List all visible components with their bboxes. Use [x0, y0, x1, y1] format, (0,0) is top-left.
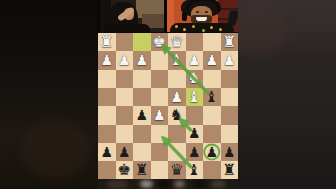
blur-blob [140, 180, 153, 188]
white-bishop-d2[interactable]: ♝ [170, 52, 184, 69]
blur-blob [158, 179, 170, 189]
square-h2[interactable]: ♟ [98, 51, 116, 69]
square-f8[interactable]: ♜ [133, 161, 151, 179]
square-c5[interactable] [186, 106, 204, 124]
webcam-right [166, 0, 238, 32]
white-rook-h1[interactable]: ♜ [100, 34, 114, 51]
black-bishop-b4[interactable]: ♝ [205, 89, 219, 106]
black-pawn-f5[interactable]: ♟ [135, 107, 148, 124]
black-pawn-g7[interactable]: ♟ [118, 144, 131, 161]
black-bishop-c8[interactable]: ♝ [187, 162, 201, 179]
square-d8[interactable]: ♛ [168, 161, 186, 179]
square-c8[interactable]: ♝ [186, 161, 204, 179]
square-h5[interactable] [98, 106, 116, 124]
black-pawn-b7[interactable]: ♟ [205, 144, 218, 161]
square-e1[interactable]: ♚ [151, 33, 169, 51]
square-f1[interactable] [133, 33, 151, 51]
white-rook-a1[interactable]: ♜ [222, 34, 236, 51]
white-pawn-b2[interactable]: ♟ [205, 52, 218, 69]
square-d2[interactable]: ♝ [168, 51, 186, 69]
white-queen-d1[interactable]: ♛ [170, 34, 184, 51]
black-knight-d5[interactable]: ♞ [170, 107, 184, 124]
square-c2[interactable]: ♟ [186, 51, 204, 69]
square-d3[interactable] [168, 70, 186, 88]
blur-blob [106, 180, 128, 189]
square-d6[interactable] [168, 125, 186, 143]
square-h7[interactable]: ♟ [98, 143, 116, 161]
square-d5[interactable]: ♞ [168, 106, 186, 124]
square-f4[interactable] [133, 88, 151, 106]
black-pawn-c7[interactable]: ♟ [188, 144, 201, 161]
cam-edge [98, 0, 100, 32]
square-a8[interactable]: ♜ [221, 161, 239, 179]
square-b5[interactable] [203, 106, 221, 124]
square-c4[interactable]: ♝ [186, 88, 204, 106]
square-c3[interactable]: ♞ [186, 70, 204, 88]
square-d4[interactable]: ♟ [168, 88, 186, 106]
black-rook-a8[interactable]: ♜ [222, 162, 236, 179]
shirt-pattern-dot [175, 25, 178, 28]
white-pawn-d4[interactable]: ♟ [170, 89, 183, 106]
square-e2[interactable] [151, 51, 169, 69]
square-a7[interactable]: ♟ [221, 143, 239, 161]
chess-board[interactable]: ♜♚♛♜♟♟♟♝♟♟♟♞♟♝♝♟♟♞♟♟♟♟♟♟♚♜♛♝♜ [98, 33, 238, 180]
square-f2[interactable]: ♟ [133, 51, 151, 69]
square-e5[interactable]: ♟ [151, 106, 169, 124]
white-knight-c3[interactable]: ♞ [187, 70, 201, 87]
square-c6[interactable]: ♟ [186, 125, 204, 143]
white-king-e1[interactable]: ♚ [152, 34, 166, 51]
square-g6[interactable] [116, 125, 134, 143]
square-h3[interactable] [98, 70, 116, 88]
square-g8[interactable]: ♚ [116, 161, 134, 179]
webcam-divider [164, 0, 167, 33]
eye-left [196, 11, 199, 13]
square-g1[interactable] [116, 33, 134, 51]
square-d1[interactable]: ♛ [168, 33, 186, 51]
right-letterbox-bar [238, 0, 336, 189]
square-e3[interactable] [151, 70, 169, 88]
left-bar-blur-blob [20, 120, 90, 180]
square-c7[interactable]: ♟ [186, 143, 204, 161]
black-pawn-c6[interactable]: ♟ [188, 125, 201, 142]
left-letterbox-bar [0, 0, 98, 189]
white-pawn-a2[interactable]: ♟ [223, 52, 236, 69]
square-a5[interactable] [221, 106, 239, 124]
video-frame: ♜♚♛♜♟♟♟♝♟♟♟♞♟♝♝♟♟♞♟♟♟♟♟♟♚♜♛♝♜ [0, 0, 336, 189]
square-c1[interactable] [186, 33, 204, 51]
smile [196, 17, 207, 21]
white-bishop-c4[interactable]: ♝ [187, 89, 201, 106]
square-b6[interactable] [203, 125, 221, 143]
square-b7[interactable]: ♟ [203, 143, 221, 161]
square-a2[interactable]: ♟ [221, 51, 239, 69]
eye-right [205, 11, 208, 13]
webcam-bottom-border [98, 32, 238, 34]
square-g5[interactable] [116, 106, 134, 124]
blur-blob [192, 179, 206, 189]
shirt-pattern-dot [192, 25, 195, 28]
webcam-left [98, 0, 166, 32]
headphone-earcup [182, 12, 187, 21]
square-f6[interactable] [133, 125, 151, 143]
blur-blob [210, 180, 226, 188]
black-queen-d8[interactable]: ♛ [170, 162, 184, 179]
square-b8[interactable] [203, 161, 221, 179]
square-g4[interactable] [116, 88, 134, 106]
black-pawn-h7[interactable]: ♟ [100, 144, 113, 161]
white-pawn-e5[interactable]: ♟ [153, 107, 166, 124]
square-h8[interactable] [98, 161, 116, 179]
shirt-pattern-dot [210, 26, 213, 29]
square-g2[interactable]: ♟ [116, 51, 134, 69]
square-g3[interactable] [116, 70, 134, 88]
black-pawn-a7[interactable]: ♟ [223, 144, 236, 161]
square-f7[interactable] [133, 143, 151, 161]
square-a3[interactable] [221, 70, 239, 88]
square-b4[interactable]: ♝ [203, 88, 221, 106]
black-rook-f8[interactable]: ♜ [135, 162, 149, 179]
white-pawn-f2[interactable]: ♟ [135, 52, 148, 69]
square-h6[interactable] [98, 125, 116, 143]
black-king-g8[interactable]: ♚ [117, 162, 131, 179]
white-pawn-c2[interactable]: ♟ [188, 52, 201, 69]
square-h4[interactable] [98, 88, 116, 106]
square-h1[interactable]: ♜ [98, 33, 116, 51]
square-e8[interactable] [151, 161, 169, 179]
square-b3[interactable] [203, 70, 221, 88]
blur-blob [174, 180, 185, 188]
square-g7[interactable]: ♟ [116, 143, 134, 161]
square-e4[interactable] [151, 88, 169, 106]
white-pawn-g2[interactable]: ♟ [118, 52, 131, 69]
white-pawn-h2[interactable]: ♟ [100, 52, 113, 69]
square-e6[interactable] [151, 125, 169, 143]
vertical-video-content: ♜♚♛♜♟♟♟♝♟♟♟♞♟♝♝♟♟♞♟♟♟♟♟♟♚♜♛♝♜ [98, 0, 238, 189]
square-a1[interactable]: ♜ [221, 33, 239, 51]
square-d7[interactable] [168, 143, 186, 161]
square-e7[interactable] [151, 143, 169, 161]
bottom-blur-strip [98, 179, 238, 189]
square-f3[interactable] [133, 70, 151, 88]
square-a4[interactable] [221, 88, 239, 106]
square-a6[interactable] [221, 125, 239, 143]
square-b2[interactable]: ♟ [203, 51, 221, 69]
square-f5[interactable]: ♟ [133, 106, 151, 124]
square-b1[interactable] [203, 33, 221, 51]
